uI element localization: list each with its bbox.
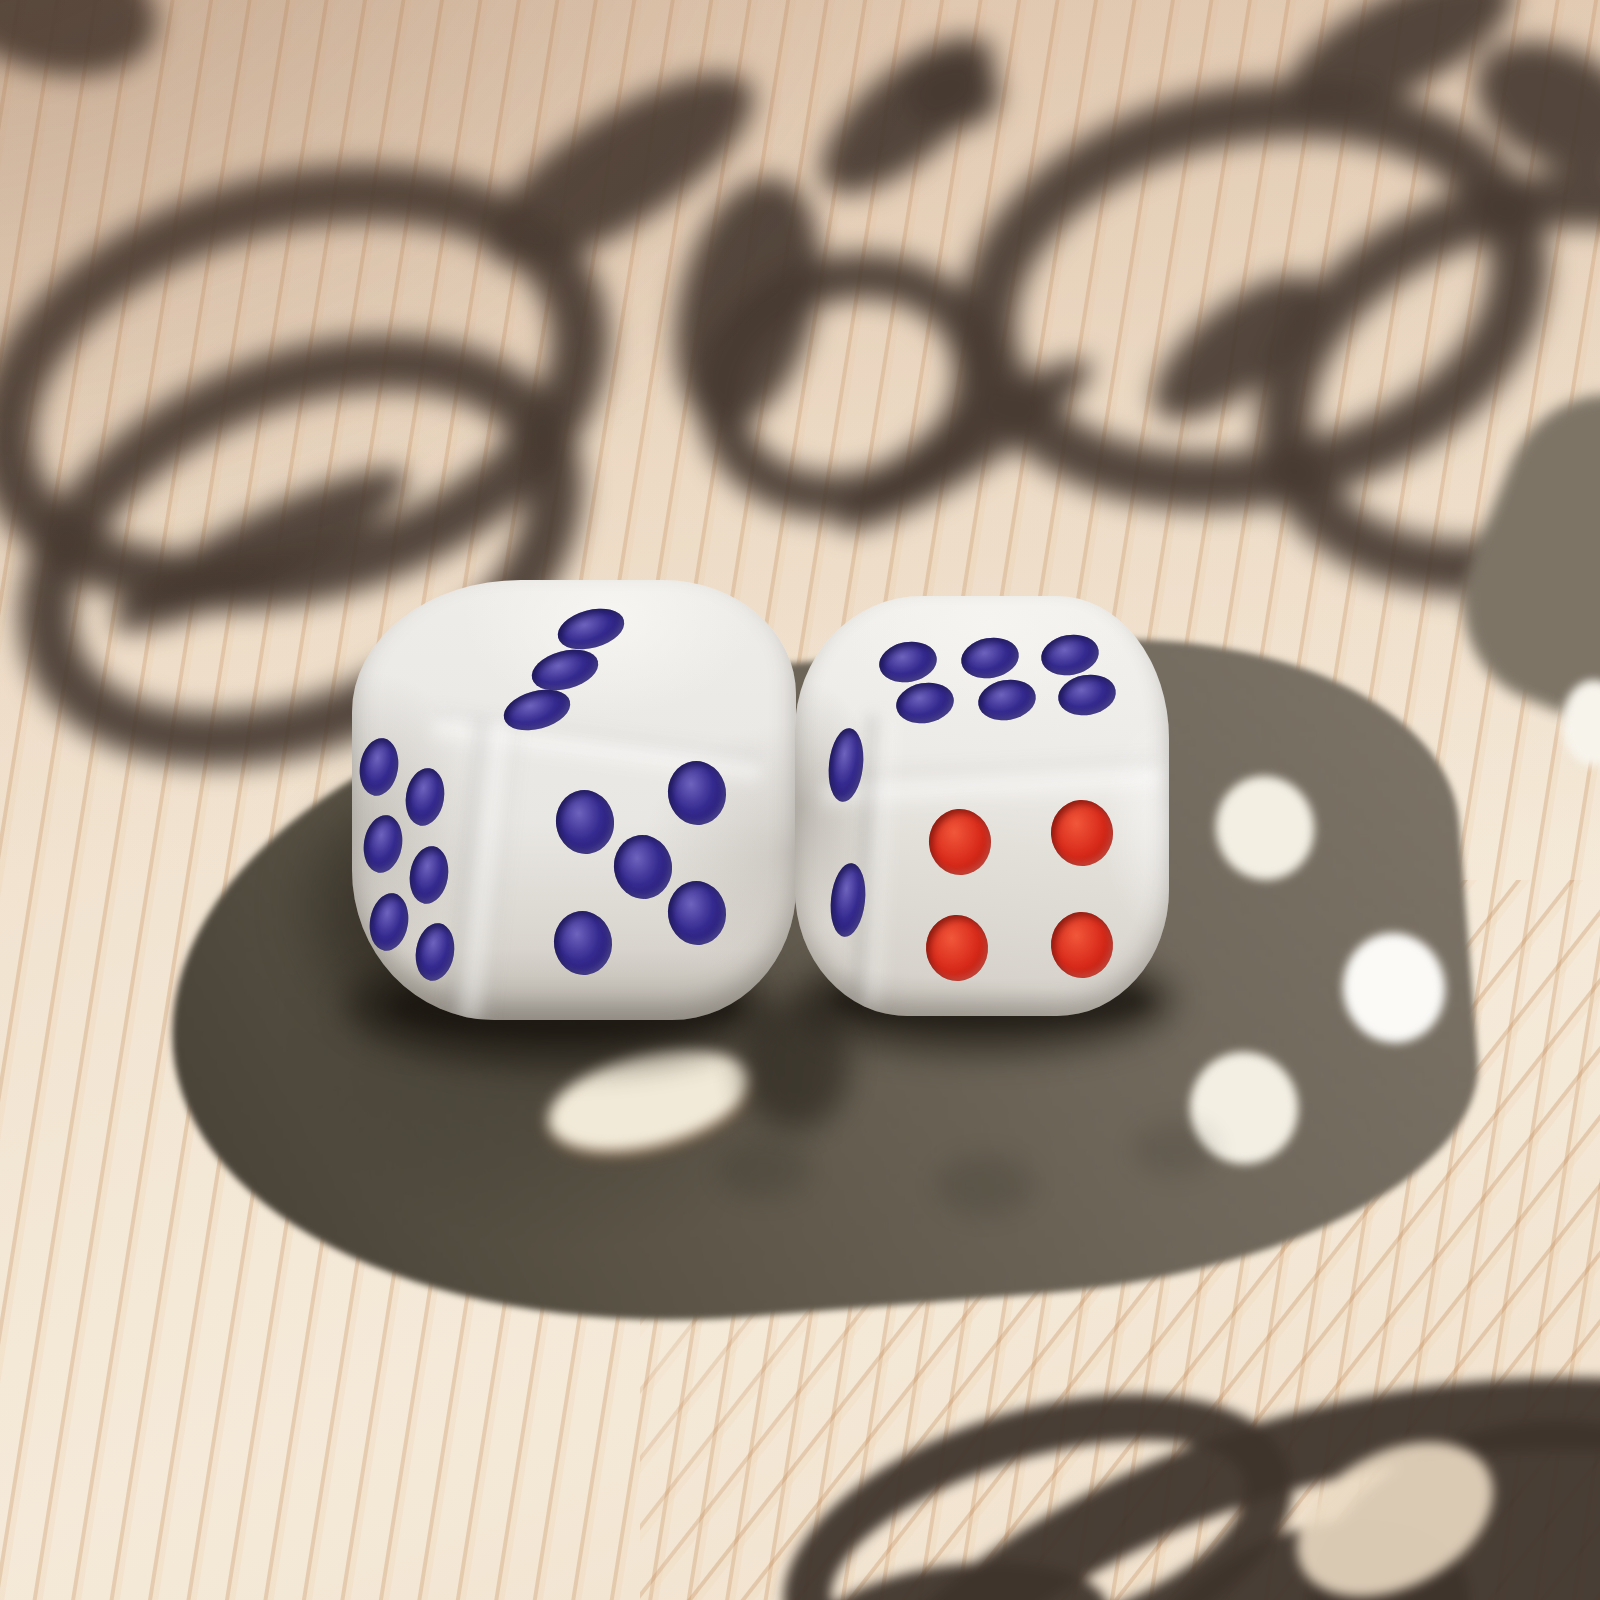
bottom-right-ring-pattern xyxy=(0,0,1600,1600)
photo-scene xyxy=(0,0,1600,1600)
